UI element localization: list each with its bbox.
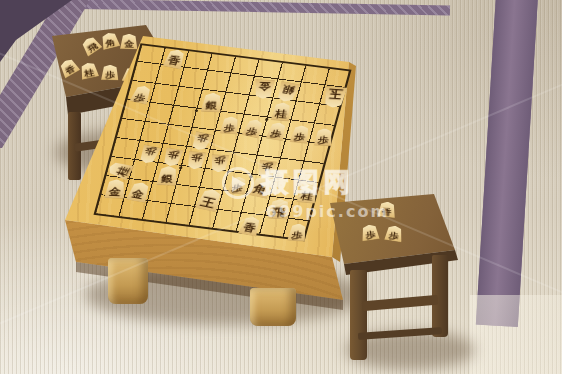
shogi-piece-金: 金 bbox=[252, 79, 275, 99]
grid-star-point bbox=[194, 109, 198, 112]
shogi-piece-歩: 歩 bbox=[184, 151, 206, 170]
shogi-piece-香: 香 bbox=[162, 48, 187, 69]
table-leg bbox=[250, 288, 296, 326]
shogi-piece-桂: 桂 bbox=[106, 160, 135, 181]
shogi-piece-桂: 桂 bbox=[270, 102, 293, 122]
shogi-piece-金: 金 bbox=[103, 179, 126, 199]
shogi-piece-銀: 銀 bbox=[200, 92, 223, 112]
grid-star-point bbox=[265, 118, 269, 121]
shogi-piece-歩: 歩 bbox=[360, 224, 380, 242]
watermark-domain-text: 699pic.com bbox=[266, 202, 389, 221]
grid-star-point bbox=[179, 166, 183, 169]
shogi-piece-歩: 歩 bbox=[136, 144, 161, 165]
shogi-piece-歩: 歩 bbox=[160, 147, 183, 167]
shogi-piece-歩: 歩 bbox=[384, 224, 404, 242]
shogi-piece-歩: 歩 bbox=[265, 121, 288, 141]
shogi-piece-歩: 歩 bbox=[286, 223, 308, 242]
shogi-piece-銀: 銀 bbox=[155, 166, 178, 186]
shogi-piece-金: 金 bbox=[125, 180, 152, 202]
watermark: 摄图网 699pic.com bbox=[222, 165, 389, 221]
shogi-piece-歩: 歩 bbox=[241, 118, 266, 139]
camera-aperture-icon bbox=[222, 167, 254, 199]
shogi-piece-歩: 歩 bbox=[219, 116, 241, 135]
shogi-piece-王: 王 bbox=[194, 187, 224, 212]
shogi-piece-歩: 歩 bbox=[289, 124, 311, 143]
table-leg bbox=[108, 258, 148, 304]
watermark-brand-text: 摄图网 bbox=[262, 165, 355, 200]
shogi-piece-歩: 歩 bbox=[129, 84, 154, 105]
scene-photo: 飛角金銀香桂歩歩 香金銀玉歩銀桂歩歩歩歩歩歩歩歩歩歩歩桂銀歩角桂金金王飛香歩 香… bbox=[0, 0, 562, 374]
shogi-piece-歩: 歩 bbox=[313, 128, 334, 146]
shogi-piece-銀: 銀 bbox=[274, 81, 301, 103]
